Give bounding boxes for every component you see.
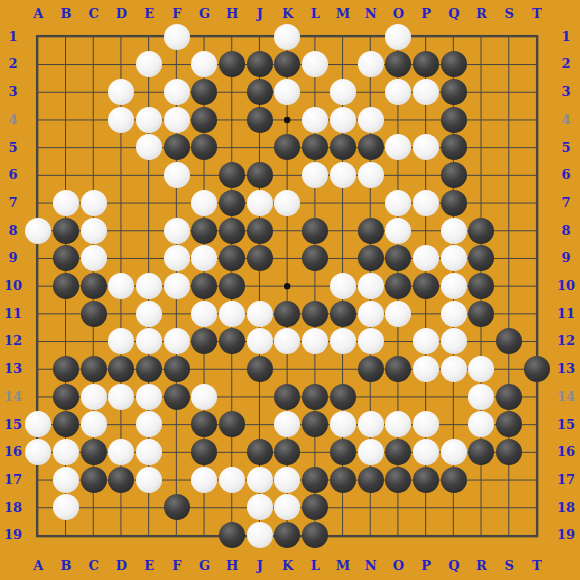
white-stone-N10[interactable] xyxy=(358,273,384,299)
white-stone-E14[interactable] xyxy=(136,384,162,410)
white-stone-N15[interactable] xyxy=(358,411,384,437)
intersection-T15[interactable] xyxy=(523,410,551,438)
intersection-C3[interactable] xyxy=(80,78,108,106)
intersection-G17[interactable] xyxy=(191,466,219,494)
intersection-R16[interactable] xyxy=(467,438,495,466)
intersection-G5[interactable] xyxy=(191,134,219,162)
intersection-T6[interactable] xyxy=(523,161,551,189)
white-stone-P7[interactable] xyxy=(413,190,439,216)
intersection-O7[interactable] xyxy=(384,189,412,217)
black-stone-H9[interactable] xyxy=(219,245,245,271)
black-stone-N17[interactable] xyxy=(358,467,384,493)
intersection-P4[interactable] xyxy=(412,106,440,134)
intersection-K7[interactable] xyxy=(274,189,302,217)
black-stone-C16[interactable] xyxy=(81,439,107,465)
intersection-F15[interactable] xyxy=(163,410,191,438)
intersection-N13[interactable] xyxy=(357,355,385,383)
black-stone-F5[interactable] xyxy=(164,134,190,160)
intersection-K12[interactable] xyxy=(274,327,302,355)
intersection-D9[interactable] xyxy=(108,244,136,272)
black-stone-R10[interactable] xyxy=(468,273,494,299)
intersection-F19[interactable] xyxy=(163,521,191,549)
intersection-E6[interactable] xyxy=(135,161,163,189)
white-stone-E5[interactable] xyxy=(136,134,162,160)
intersection-B11[interactable] xyxy=(52,300,80,328)
black-stone-N13[interactable] xyxy=(358,356,384,382)
black-stone-G16[interactable] xyxy=(191,439,217,465)
intersection-C14[interactable] xyxy=(80,383,108,411)
intersection-R12[interactable] xyxy=(467,327,495,355)
black-stone-G4[interactable] xyxy=(191,107,217,133)
intersection-P8[interactable] xyxy=(412,217,440,245)
intersection-O6[interactable] xyxy=(384,161,412,189)
intersection-P6[interactable] xyxy=(412,161,440,189)
intersection-P2[interactable] xyxy=(412,51,440,79)
intersection-T3[interactable] xyxy=(523,78,551,106)
intersection-T12[interactable] xyxy=(523,327,551,355)
black-stone-B8[interactable] xyxy=(53,218,79,244)
intersection-M8[interactable] xyxy=(329,217,357,245)
white-stone-C7[interactable] xyxy=(81,190,107,216)
white-stone-N16[interactable] xyxy=(358,439,384,465)
intersection-E3[interactable] xyxy=(135,78,163,106)
white-stone-O8[interactable] xyxy=(385,218,411,244)
intersection-P15[interactable] xyxy=(412,410,440,438)
black-stone-L8[interactable] xyxy=(302,218,328,244)
intersection-S7[interactable] xyxy=(495,189,523,217)
black-stone-G12[interactable] xyxy=(191,328,217,354)
intersection-A2[interactable] xyxy=(24,51,52,79)
white-stone-A15[interactable] xyxy=(25,411,51,437)
black-stone-M14[interactable] xyxy=(330,384,356,410)
intersection-C13[interactable] xyxy=(80,355,108,383)
intersection-J10[interactable] xyxy=(246,272,274,300)
intersection-H11[interactable] xyxy=(218,300,246,328)
intersection-F9[interactable] xyxy=(163,244,191,272)
intersection-T19[interactable] xyxy=(523,521,551,549)
intersection-S16[interactable] xyxy=(495,438,523,466)
white-stone-M3[interactable] xyxy=(330,79,356,105)
white-stone-J11[interactable] xyxy=(247,301,273,327)
intersection-Q15[interactable] xyxy=(440,410,468,438)
white-stone-O15[interactable] xyxy=(385,411,411,437)
black-stone-L9[interactable] xyxy=(302,245,328,271)
black-stone-L11[interactable] xyxy=(302,301,328,327)
intersection-G3[interactable] xyxy=(191,78,219,106)
intersection-J1[interactable] xyxy=(246,23,274,51)
intersection-T2[interactable] xyxy=(523,51,551,79)
intersection-Q16[interactable] xyxy=(440,438,468,466)
intersection-M5[interactable] xyxy=(329,134,357,162)
intersection-G7[interactable] xyxy=(191,189,219,217)
black-stone-S16[interactable] xyxy=(496,439,522,465)
intersection-O5[interactable] xyxy=(384,134,412,162)
intersection-P14[interactable] xyxy=(412,383,440,411)
intersection-Q10[interactable] xyxy=(440,272,468,300)
intersection-H14[interactable] xyxy=(218,383,246,411)
intersection-K9[interactable] xyxy=(274,244,302,272)
intersection-T18[interactable] xyxy=(523,494,551,522)
intersection-F8[interactable] xyxy=(163,217,191,245)
black-stone-P17[interactable] xyxy=(413,467,439,493)
white-stone-K17[interactable] xyxy=(274,467,300,493)
intersection-H2[interactable] xyxy=(218,51,246,79)
white-stone-E17[interactable] xyxy=(136,467,162,493)
white-stone-N4[interactable] xyxy=(358,107,384,133)
black-stone-G5[interactable] xyxy=(191,134,217,160)
black-stone-H2[interactable] xyxy=(219,51,245,77)
intersection-O12[interactable] xyxy=(384,327,412,355)
intersection-S19[interactable] xyxy=(495,521,523,549)
black-stone-C13[interactable] xyxy=(81,356,107,382)
intersection-E4[interactable] xyxy=(135,106,163,134)
intersection-B5[interactable] xyxy=(52,134,80,162)
intersection-D18[interactable] xyxy=(108,494,136,522)
white-stone-Q8[interactable] xyxy=(441,218,467,244)
intersection-S12[interactable] xyxy=(495,327,523,355)
intersection-M18[interactable] xyxy=(329,494,357,522)
white-stone-O3[interactable] xyxy=(385,79,411,105)
white-stone-D14[interactable] xyxy=(108,384,134,410)
intersection-H19[interactable] xyxy=(218,521,246,549)
intersection-E7[interactable] xyxy=(135,189,163,217)
intersection-O15[interactable] xyxy=(384,410,412,438)
white-stone-M4[interactable] xyxy=(330,107,356,133)
intersection-F4[interactable] xyxy=(163,106,191,134)
intersection-T14[interactable] xyxy=(523,383,551,411)
intersection-P11[interactable] xyxy=(412,300,440,328)
intersection-F3[interactable] xyxy=(163,78,191,106)
intersection-L2[interactable] xyxy=(301,51,329,79)
intersection-C1[interactable] xyxy=(80,23,108,51)
intersection-B17[interactable] xyxy=(52,466,80,494)
black-stone-P2[interactable] xyxy=(413,51,439,77)
white-stone-E10[interactable] xyxy=(136,273,162,299)
intersection-B18[interactable] xyxy=(52,494,80,522)
intersection-E15[interactable] xyxy=(135,410,163,438)
intersection-R11[interactable] xyxy=(467,300,495,328)
black-stone-M5[interactable] xyxy=(330,134,356,160)
intersection-A16[interactable] xyxy=(24,438,52,466)
intersection-P17[interactable] xyxy=(412,466,440,494)
intersection-Q9[interactable] xyxy=(440,244,468,272)
black-stone-C11[interactable] xyxy=(81,301,107,327)
intersection-G2[interactable] xyxy=(191,51,219,79)
intersection-J5[interactable] xyxy=(246,134,274,162)
black-stone-J8[interactable] xyxy=(247,218,273,244)
intersection-O13[interactable] xyxy=(384,355,412,383)
white-stone-F3[interactable] xyxy=(164,79,190,105)
intersection-E13[interactable] xyxy=(135,355,163,383)
intersection-N14[interactable] xyxy=(357,383,385,411)
intersection-D11[interactable] xyxy=(108,300,136,328)
black-stone-H7[interactable] xyxy=(219,190,245,216)
intersection-O2[interactable] xyxy=(384,51,412,79)
intersection-S13[interactable] xyxy=(495,355,523,383)
intersection-P9[interactable] xyxy=(412,244,440,272)
white-stone-F1[interactable] xyxy=(164,24,190,50)
intersection-F2[interactable] xyxy=(163,51,191,79)
intersection-R5[interactable] xyxy=(467,134,495,162)
intersection-N3[interactable] xyxy=(357,78,385,106)
intersection-B16[interactable] xyxy=(52,438,80,466)
intersection-O11[interactable] xyxy=(384,300,412,328)
black-stone-J4[interactable] xyxy=(247,107,273,133)
white-stone-F6[interactable] xyxy=(164,162,190,188)
white-stone-K12[interactable] xyxy=(274,328,300,354)
intersection-M17[interactable] xyxy=(329,466,357,494)
black-stone-P10[interactable] xyxy=(413,273,439,299)
intersection-D8[interactable] xyxy=(108,217,136,245)
intersection-H7[interactable] xyxy=(218,189,246,217)
intersection-A19[interactable] xyxy=(24,521,52,549)
white-stone-E11[interactable] xyxy=(136,301,162,327)
intersection-E12[interactable] xyxy=(135,327,163,355)
intersection-S11[interactable] xyxy=(495,300,523,328)
intersection-B2[interactable] xyxy=(52,51,80,79)
black-stone-R9[interactable] xyxy=(468,245,494,271)
intersection-J19[interactable] xyxy=(246,521,274,549)
intersection-K16[interactable] xyxy=(274,438,302,466)
black-stone-J2[interactable] xyxy=(247,51,273,77)
intersection-T5[interactable] xyxy=(523,134,551,162)
intersection-R17[interactable] xyxy=(467,466,495,494)
intersection-K14[interactable] xyxy=(274,383,302,411)
black-stone-K19[interactable] xyxy=(274,522,300,548)
black-stone-Q6[interactable] xyxy=(441,162,467,188)
black-stone-D17[interactable] xyxy=(108,467,134,493)
intersection-N4[interactable] xyxy=(357,106,385,134)
intersection-G6[interactable] xyxy=(191,161,219,189)
intersection-R8[interactable] xyxy=(467,217,495,245)
intersection-P19[interactable] xyxy=(412,521,440,549)
intersection-A14[interactable] xyxy=(24,383,52,411)
white-stone-N2[interactable] xyxy=(358,51,384,77)
intersection-H17[interactable] xyxy=(218,466,246,494)
intersection-E9[interactable] xyxy=(135,244,163,272)
intersection-H6[interactable] xyxy=(218,161,246,189)
white-stone-L6[interactable] xyxy=(302,162,328,188)
intersection-M10[interactable] xyxy=(329,272,357,300)
intersection-G12[interactable] xyxy=(191,327,219,355)
white-stone-E12[interactable] xyxy=(136,328,162,354)
black-stone-L14[interactable] xyxy=(302,384,328,410)
intersection-J2[interactable] xyxy=(246,51,274,79)
intersection-P7[interactable] xyxy=(412,189,440,217)
white-stone-J18[interactable] xyxy=(247,494,273,520)
intersection-C15[interactable] xyxy=(80,410,108,438)
intersection-Q12[interactable] xyxy=(440,327,468,355)
intersection-N17[interactable] xyxy=(357,466,385,494)
white-stone-G14[interactable] xyxy=(191,384,217,410)
intersection-E5[interactable] xyxy=(135,134,163,162)
intersection-N19[interactable] xyxy=(357,521,385,549)
black-stone-F13[interactable] xyxy=(164,356,190,382)
intersection-B14[interactable] xyxy=(52,383,80,411)
intersection-E18[interactable] xyxy=(135,494,163,522)
intersection-C2[interactable] xyxy=(80,51,108,79)
black-stone-H8[interactable] xyxy=(219,218,245,244)
intersection-K17[interactable] xyxy=(274,466,302,494)
white-stone-C15[interactable] xyxy=(81,411,107,437)
intersection-T4[interactable] xyxy=(523,106,551,134)
black-stone-C17[interactable] xyxy=(81,467,107,493)
black-stone-J6[interactable] xyxy=(247,162,273,188)
intersection-N10[interactable] xyxy=(357,272,385,300)
white-stone-R15[interactable] xyxy=(468,411,494,437)
white-stone-K3[interactable] xyxy=(274,79,300,105)
white-stone-F8[interactable] xyxy=(164,218,190,244)
white-stone-L12[interactable] xyxy=(302,328,328,354)
black-stone-K16[interactable] xyxy=(274,439,300,465)
intersection-C12[interactable] xyxy=(80,327,108,355)
intersection-R10[interactable] xyxy=(467,272,495,300)
white-stone-N11[interactable] xyxy=(358,301,384,327)
white-stone-G11[interactable] xyxy=(191,301,217,327)
intersection-K15[interactable] xyxy=(274,410,302,438)
intersection-B8[interactable] xyxy=(52,217,80,245)
intersection-J8[interactable] xyxy=(246,217,274,245)
intersection-L15[interactable] xyxy=(301,410,329,438)
intersection-M4[interactable] xyxy=(329,106,357,134)
intersection-D4[interactable] xyxy=(108,106,136,134)
white-stone-L2[interactable] xyxy=(302,51,328,77)
intersection-M1[interactable] xyxy=(329,23,357,51)
white-stone-O5[interactable] xyxy=(385,134,411,160)
black-stone-N5[interactable] xyxy=(358,134,384,160)
intersection-L8[interactable] xyxy=(301,217,329,245)
intersection-E10[interactable] xyxy=(135,272,163,300)
black-stone-B13[interactable] xyxy=(53,356,79,382)
intersection-A4[interactable] xyxy=(24,106,52,134)
intersection-J16[interactable] xyxy=(246,438,274,466)
intersection-R7[interactable] xyxy=(467,189,495,217)
white-stone-P15[interactable] xyxy=(413,411,439,437)
intersection-M3[interactable] xyxy=(329,78,357,106)
intersection-B12[interactable] xyxy=(52,327,80,355)
intersection-C5[interactable] xyxy=(80,134,108,162)
intersection-F17[interactable] xyxy=(163,466,191,494)
intersection-C16[interactable] xyxy=(80,438,108,466)
intersection-R9[interactable] xyxy=(467,244,495,272)
black-stone-O9[interactable] xyxy=(385,245,411,271)
white-stone-C9[interactable] xyxy=(81,245,107,271)
intersection-G1[interactable] xyxy=(191,23,219,51)
black-stone-O2[interactable] xyxy=(385,51,411,77)
intersection-L10[interactable] xyxy=(301,272,329,300)
intersection-P12[interactable] xyxy=(412,327,440,355)
intersection-J3[interactable] xyxy=(246,78,274,106)
white-stone-P16[interactable] xyxy=(413,439,439,465)
intersection-A6[interactable] xyxy=(24,161,52,189)
intersection-F13[interactable] xyxy=(163,355,191,383)
intersection-P3[interactable] xyxy=(412,78,440,106)
white-stone-P13[interactable] xyxy=(413,356,439,382)
intersection-N2[interactable] xyxy=(357,51,385,79)
intersection-K13[interactable] xyxy=(274,355,302,383)
white-stone-K1[interactable] xyxy=(274,24,300,50)
intersection-L14[interactable] xyxy=(301,383,329,411)
intersection-O19[interactable] xyxy=(384,521,412,549)
intersection-N12[interactable] xyxy=(357,327,385,355)
intersection-H9[interactable] xyxy=(218,244,246,272)
intersection-L18[interactable] xyxy=(301,494,329,522)
intersection-Q13[interactable] xyxy=(440,355,468,383)
intersection-T13[interactable] xyxy=(523,355,551,383)
white-stone-D3[interactable] xyxy=(108,79,134,105)
intersection-M13[interactable] xyxy=(329,355,357,383)
white-stone-E4[interactable] xyxy=(136,107,162,133)
black-stone-H6[interactable] xyxy=(219,162,245,188)
intersection-K19[interactable] xyxy=(274,521,302,549)
white-stone-G7[interactable] xyxy=(191,190,217,216)
intersection-R4[interactable] xyxy=(467,106,495,134)
black-stone-K11[interactable] xyxy=(274,301,300,327)
intersection-L4[interactable] xyxy=(301,106,329,134)
black-stone-H19[interactable] xyxy=(219,522,245,548)
white-stone-F10[interactable] xyxy=(164,273,190,299)
white-stone-Q10[interactable] xyxy=(441,273,467,299)
intersection-T9[interactable] xyxy=(523,244,551,272)
intersection-Q18[interactable] xyxy=(440,494,468,522)
intersection-N7[interactable] xyxy=(357,189,385,217)
white-stone-K15[interactable] xyxy=(274,411,300,437)
black-stone-M11[interactable] xyxy=(330,301,356,327)
intersection-R2[interactable] xyxy=(467,51,495,79)
black-stone-K5[interactable] xyxy=(274,134,300,160)
white-stone-B16[interactable] xyxy=(53,439,79,465)
intersection-K2[interactable] xyxy=(274,51,302,79)
intersection-B13[interactable] xyxy=(52,355,80,383)
intersection-P16[interactable] xyxy=(412,438,440,466)
intersection-B6[interactable] xyxy=(52,161,80,189)
intersection-H18[interactable] xyxy=(218,494,246,522)
intersection-L3[interactable] xyxy=(301,78,329,106)
intersection-C18[interactable] xyxy=(80,494,108,522)
black-stone-L17[interactable] xyxy=(302,467,328,493)
intersection-P5[interactable] xyxy=(412,134,440,162)
intersection-Q11[interactable] xyxy=(440,300,468,328)
intersection-J9[interactable] xyxy=(246,244,274,272)
intersection-H10[interactable] xyxy=(218,272,246,300)
black-stone-T13[interactable] xyxy=(524,356,550,382)
intersection-D1[interactable] xyxy=(108,23,136,51)
intersection-G15[interactable] xyxy=(191,410,219,438)
black-stone-H12[interactable] xyxy=(219,328,245,354)
intersection-T17[interactable] xyxy=(523,466,551,494)
intersection-G9[interactable] xyxy=(191,244,219,272)
intersection-J12[interactable] xyxy=(246,327,274,355)
intersection-M6[interactable] xyxy=(329,161,357,189)
white-stone-D16[interactable] xyxy=(108,439,134,465)
black-stone-R8[interactable] xyxy=(468,218,494,244)
white-stone-A8[interactable] xyxy=(25,218,51,244)
intersection-K4[interactable] xyxy=(274,106,302,134)
white-stone-H11[interactable] xyxy=(219,301,245,327)
black-stone-J13[interactable] xyxy=(247,356,273,382)
intersection-T1[interactable] xyxy=(523,23,551,51)
intersection-C6[interactable] xyxy=(80,161,108,189)
intersection-N18[interactable] xyxy=(357,494,385,522)
intersection-F10[interactable] xyxy=(163,272,191,300)
intersection-D2[interactable] xyxy=(108,51,136,79)
black-stone-B14[interactable] xyxy=(53,384,79,410)
intersection-S9[interactable] xyxy=(495,244,523,272)
intersection-O14[interactable] xyxy=(384,383,412,411)
white-stone-B7[interactable] xyxy=(53,190,79,216)
intersection-R19[interactable] xyxy=(467,521,495,549)
white-stone-Q13[interactable] xyxy=(441,356,467,382)
